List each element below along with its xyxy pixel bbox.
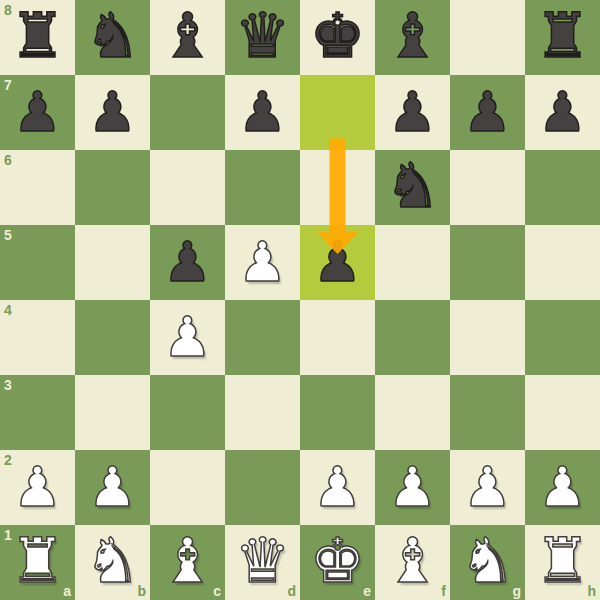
square-a8[interactable]: 8♜ [0, 0, 75, 75]
square-f3[interactable] [375, 375, 450, 450]
square-c7[interactable] [150, 75, 225, 150]
square-e1[interactable]: e♚ [300, 525, 375, 600]
white-knight[interactable]: ♞ [85, 530, 141, 592]
black-knight[interactable]: ♞ [85, 5, 141, 67]
square-a5[interactable]: 5 [0, 225, 75, 300]
square-b5[interactable] [75, 225, 150, 300]
square-h4[interactable] [525, 300, 600, 375]
square-c2[interactable] [150, 450, 225, 525]
square-c6[interactable] [150, 150, 225, 225]
square-d3[interactable] [225, 375, 300, 450]
square-g1[interactable]: g♞ [450, 525, 525, 600]
file-label-f: f [441, 584, 446, 598]
square-f7[interactable]: ♟ [375, 75, 450, 150]
white-pawn[interactable]: ♟ [163, 310, 212, 365]
square-e3[interactable] [300, 375, 375, 450]
white-rook[interactable]: ♜ [535, 530, 591, 592]
square-g8[interactable] [450, 0, 525, 75]
square-a7[interactable]: 7♟ [0, 75, 75, 150]
square-b6[interactable] [75, 150, 150, 225]
square-a3[interactable]: 3 [0, 375, 75, 450]
square-f4[interactable] [375, 300, 450, 375]
white-pawn[interactable]: ♟ [13, 460, 62, 515]
square-g3[interactable] [450, 375, 525, 450]
chess-board: 8♜♞♝♛♚♝♜7♟♟♟♟♟♟6♞5♟♟♟4♟32♟♟♟♟♟♟1a♜b♞c♝d♛… [0, 0, 600, 600]
rank-label-2: 2 [4, 453, 12, 467]
black-pawn[interactable]: ♟ [13, 85, 62, 140]
black-pawn[interactable]: ♟ [463, 85, 512, 140]
rank-label-4: 4 [4, 303, 12, 317]
rank-label-6: 6 [4, 153, 12, 167]
square-d8[interactable]: ♛ [225, 0, 300, 75]
square-h5[interactable] [525, 225, 600, 300]
square-c5[interactable]: ♟ [150, 225, 225, 300]
square-d6[interactable] [225, 150, 300, 225]
square-b7[interactable]: ♟ [75, 75, 150, 150]
white-bishop[interactable]: ♝ [385, 530, 441, 592]
white-knight[interactable]: ♞ [460, 530, 516, 592]
square-g5[interactable] [450, 225, 525, 300]
white-pawn[interactable]: ♟ [88, 460, 137, 515]
square-f5[interactable] [375, 225, 450, 300]
square-b1[interactable]: b♞ [75, 525, 150, 600]
black-bishop[interactable]: ♝ [385, 5, 441, 67]
rank-label-5: 5 [4, 228, 12, 242]
black-rook[interactable]: ♜ [535, 5, 591, 67]
square-b4[interactable] [75, 300, 150, 375]
square-d2[interactable] [225, 450, 300, 525]
square-d7[interactable]: ♟ [225, 75, 300, 150]
square-e8[interactable]: ♚ [300, 0, 375, 75]
white-pawn[interactable]: ♟ [538, 460, 587, 515]
black-knight[interactable]: ♞ [385, 155, 441, 217]
square-e5[interactable]: ♟ [300, 225, 375, 300]
black-pawn[interactable]: ♟ [538, 85, 587, 140]
square-h7[interactable]: ♟ [525, 75, 600, 150]
white-pawn[interactable]: ♟ [463, 460, 512, 515]
square-g7[interactable]: ♟ [450, 75, 525, 150]
square-f2[interactable]: ♟ [375, 450, 450, 525]
white-rook[interactable]: ♜ [10, 530, 66, 592]
square-d5[interactable]: ♟ [225, 225, 300, 300]
square-f1[interactable]: f♝ [375, 525, 450, 600]
black-pawn[interactable]: ♟ [88, 85, 137, 140]
square-g4[interactable] [450, 300, 525, 375]
white-pawn[interactable]: ♟ [388, 460, 437, 515]
square-d4[interactable] [225, 300, 300, 375]
black-pawn[interactable]: ♟ [313, 235, 362, 290]
square-b2[interactable]: ♟ [75, 450, 150, 525]
square-e2[interactable]: ♟ [300, 450, 375, 525]
black-pawn[interactable]: ♟ [388, 85, 437, 140]
square-e4[interactable] [300, 300, 375, 375]
black-pawn[interactable]: ♟ [238, 85, 287, 140]
square-a4[interactable]: 4 [0, 300, 75, 375]
square-a2[interactable]: 2♟ [0, 450, 75, 525]
square-b3[interactable] [75, 375, 150, 450]
white-bishop[interactable]: ♝ [160, 530, 216, 592]
black-rook[interactable]: ♜ [10, 5, 66, 67]
square-g2[interactable]: ♟ [450, 450, 525, 525]
black-pawn[interactable]: ♟ [163, 235, 212, 290]
square-h2[interactable]: ♟ [525, 450, 600, 525]
square-h6[interactable] [525, 150, 600, 225]
black-king[interactable]: ♚ [310, 5, 366, 67]
white-queen[interactable]: ♛ [235, 530, 291, 592]
square-a6[interactable]: 6 [0, 150, 75, 225]
square-e6[interactable] [300, 150, 375, 225]
square-h1[interactable]: h♜ [525, 525, 600, 600]
square-h8[interactable]: ♜ [525, 0, 600, 75]
square-c1[interactable]: c♝ [150, 525, 225, 600]
square-c3[interactable] [150, 375, 225, 450]
white-pawn[interactable]: ♟ [313, 460, 362, 515]
black-bishop[interactable]: ♝ [160, 5, 216, 67]
square-h3[interactable] [525, 375, 600, 450]
black-queen[interactable]: ♛ [235, 5, 291, 67]
square-g6[interactable] [450, 150, 525, 225]
square-d1[interactable]: d♛ [225, 525, 300, 600]
square-b8[interactable]: ♞ [75, 0, 150, 75]
rank-label-3: 3 [4, 378, 12, 392]
white-pawn[interactable]: ♟ [238, 235, 287, 290]
white-king[interactable]: ♚ [310, 530, 366, 592]
rank-label-7: 7 [4, 78, 12, 92]
square-a1[interactable]: 1a♜ [0, 525, 75, 600]
square-c4[interactable]: ♟ [150, 300, 225, 375]
square-f6[interactable]: ♞ [375, 150, 450, 225]
square-f8[interactable]: ♝ [375, 0, 450, 75]
square-e7[interactable] [300, 75, 375, 150]
square-c8[interactable]: ♝ [150, 0, 225, 75]
